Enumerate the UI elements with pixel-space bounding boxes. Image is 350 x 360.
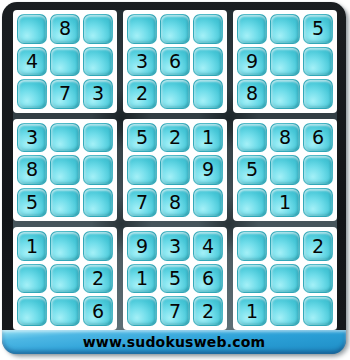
sudoku-cell-r6c8[interactable]: 1 [270,188,300,218]
sudoku-cell-r3c2[interactable]: 7 [50,79,80,109]
sudoku-cell-r1c6[interactable] [193,14,223,44]
given-digit: 8 [169,193,181,212]
sudoku-cell-r8c7[interactable] [237,264,267,294]
given-digit: 1 [136,269,148,288]
sudoku-cell-r6c1[interactable]: 5 [17,188,47,218]
sudoku-cell-r7c9[interactable]: 2 [303,231,333,261]
given-digit: 3 [92,84,104,103]
sudoku-cell-r5c4[interactable] [127,155,157,185]
sudoku-cell-r8c3[interactable]: 2 [83,264,113,294]
sudoku-cell-r8c1[interactable] [17,264,47,294]
sudoku-cell-r2c2[interactable] [50,47,80,77]
sudoku-cell-r4c2[interactable] [50,123,80,153]
sudoku-cell-r4c4[interactable]: 5 [127,123,157,153]
sudoku-cell-r2c9[interactable] [303,47,333,77]
sudoku-cell-r6c2[interactable] [50,188,80,218]
sudoku-cell-r6c9[interactable] [303,188,333,218]
sudoku-cell-r1c7[interactable] [237,14,267,44]
sudoku-cell-r7c4[interactable]: 9 [127,231,157,261]
sudoku-cell-r8c2[interactable] [50,264,80,294]
sudoku-box: 362 [123,10,227,113]
sudoku-cell-r3c6[interactable] [193,79,223,109]
sudoku-cell-r9c3[interactable]: 6 [83,296,113,326]
given-digit: 3 [136,52,148,71]
sudoku-cell-r1c3[interactable] [83,14,113,44]
sudoku-cell-r9c2[interactable] [50,296,80,326]
sudoku-cell-r8c8[interactable] [270,264,300,294]
given-digit: 4 [26,52,38,71]
sudoku-cell-r1c2[interactable]: 8 [50,14,80,44]
given-digit: 2 [136,84,148,103]
given-digit: 8 [59,19,71,38]
sudoku-cell-r3c4[interactable]: 2 [127,79,157,109]
given-digit: 6 [312,128,324,147]
sudoku-cell-r5c3[interactable] [83,155,113,185]
sudoku-cell-r9c7[interactable]: 1 [237,296,267,326]
given-digit: 5 [312,19,324,38]
sudoku-cell-r3c9[interactable] [303,79,333,109]
given-digit: 9 [202,160,214,179]
sudoku-box: 126 [13,227,117,330]
sudoku-cell-r8c4[interactable]: 1 [127,264,157,294]
sudoku-cell-r4c5[interactable]: 2 [160,123,190,153]
sudoku-cell-r7c6[interactable]: 4 [193,231,223,261]
sudoku-cell-r3c5[interactable] [160,79,190,109]
sudoku-cell-r3c7[interactable]: 8 [237,79,267,109]
given-digit: 1 [202,128,214,147]
given-digit: 5 [136,128,148,147]
sudoku-cell-r7c7[interactable] [237,231,267,261]
sudoku-cell-r3c1[interactable] [17,79,47,109]
sudoku-box: 521978 [123,119,227,222]
given-digit: 7 [169,302,181,321]
given-digit: 2 [169,128,181,147]
given-digit: 6 [92,302,104,321]
sudoku-cell-r2c1[interactable]: 4 [17,47,47,77]
sudoku-cell-r9c5[interactable]: 7 [160,296,190,326]
given-digit: 8 [279,128,291,147]
given-digit: 2 [202,302,214,321]
sudoku-cell-r4c7[interactable] [237,123,267,153]
given-digit: 1 [279,193,291,212]
given-digit: 6 [169,52,181,71]
sudoku-cell-r6c4[interactable]: 7 [127,188,157,218]
given-digit: 5 [26,193,38,212]
sudoku-box: 385 [13,119,117,222]
sudoku-cell-r7c3[interactable] [83,231,113,261]
site-url-label: www.sudokusweb.com [83,334,266,350]
sudoku-cell-r9c4[interactable] [127,296,157,326]
sudoku-cell-r5c2[interactable] [50,155,80,185]
given-digit: 7 [136,193,148,212]
sudoku-cell-r1c9[interactable]: 5 [303,14,333,44]
sudoku-cell-r2c7[interactable]: 9 [237,47,267,77]
sudoku-cell-r2c4[interactable]: 3 [127,47,157,77]
sudoku-cell-r7c2[interactable] [50,231,80,261]
sudoku-cell-r5c6[interactable]: 9 [193,155,223,185]
given-digit: 4 [202,237,214,256]
sudoku-cell-r1c5[interactable] [160,14,190,44]
sudoku-cell-r8c9[interactable] [303,264,333,294]
sudoku-cell-r9c9[interactable] [303,296,333,326]
sudoku-cell-r4c3[interactable] [83,123,113,153]
given-digit: 5 [169,269,181,288]
sudoku-cell-r3c8[interactable] [270,79,300,109]
sudoku-cell-r4c6[interactable]: 1 [193,123,223,153]
given-digit: 7 [59,84,71,103]
sudoku-cell-r5c5[interactable] [160,155,190,185]
sudoku-cell-r6c6[interactable] [193,188,223,218]
sudoku-cell-r2c8[interactable] [270,47,300,77]
given-digit: 2 [92,269,104,288]
given-digit: 8 [246,84,258,103]
sudoku-cell-r4c1[interactable]: 3 [17,123,47,153]
sudoku-cell-r9c6[interactable]: 2 [193,296,223,326]
sudoku-board-frame: 847336259838552197886511269341567221 www… [2,2,346,354]
given-digit: 9 [136,237,148,256]
sudoku-cell-r6c5[interactable]: 8 [160,188,190,218]
sudoku-cell-r3c3[interactable]: 3 [83,79,113,109]
sudoku-box: 93415672 [123,227,227,330]
sudoku-box: 8651 [233,119,337,222]
sudoku-cell-r6c3[interactable] [83,188,113,218]
sudoku-cell-r7c1[interactable]: 1 [17,231,47,261]
given-digit: 3 [26,128,38,147]
sudoku-cell-r5c1[interactable]: 8 [17,155,47,185]
given-digit: 5 [246,160,258,179]
sudoku-box: 8473 [13,10,117,113]
sudoku-cell-r4c8[interactable]: 8 [270,123,300,153]
given-digit: 6 [202,269,214,288]
sudoku-cell-r7c8[interactable] [270,231,300,261]
sudoku-cell-r4c9[interactable]: 6 [303,123,333,153]
sudoku-cell-r2c3[interactable] [83,47,113,77]
sudoku-cell-r6c7[interactable] [237,188,267,218]
sudoku-cell-r1c4[interactable] [127,14,157,44]
sudoku-cell-r2c5[interactable]: 6 [160,47,190,77]
sudoku-cell-r9c8[interactable] [270,296,300,326]
footer-bar: www.sudokusweb.com [2,330,346,354]
sudoku-cell-r8c6[interactable]: 6 [193,264,223,294]
sudoku-cell-r7c5[interactable]: 3 [160,231,190,261]
sudoku-cell-r8c5[interactable]: 5 [160,264,190,294]
sudoku-cell-r5c7[interactable]: 5 [237,155,267,185]
given-digit: 1 [246,302,258,321]
sudoku-cell-r2c6[interactable] [193,47,223,77]
sudoku-cell-r5c9[interactable] [303,155,333,185]
given-digit: 2 [312,237,324,256]
sudoku-box: 21 [233,227,337,330]
given-digit: 3 [169,237,181,256]
sudoku-cell-r1c1[interactable] [17,14,47,44]
given-digit: 1 [26,237,38,256]
sudoku-cell-r9c1[interactable] [17,296,47,326]
given-digit: 9 [246,52,258,71]
sudoku-cell-r1c8[interactable] [270,14,300,44]
sudoku-board: 847336259838552197886511269341567221 [13,10,337,330]
given-digit: 8 [26,160,38,179]
page: 847336259838552197886511269341567221 www… [0,0,350,360]
sudoku-box: 598 [233,10,337,113]
sudoku-cell-r5c8[interactable] [270,155,300,185]
